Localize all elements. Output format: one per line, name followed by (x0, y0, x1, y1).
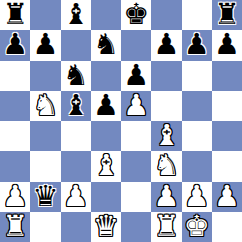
square-a7[interactable]: ♟ (0, 30, 30, 60)
piece-white-pawn-a2[interactable]: ♟ (2, 182, 28, 211)
piece-white-pawn-e5[interactable]: ♟ (123, 91, 149, 120)
square-f6[interactable] (151, 61, 181, 91)
square-e8[interactable]: ♚ (121, 0, 151, 30)
square-d7[interactable]: ♞ (91, 30, 121, 60)
piece-white-queen-d1[interactable]: ♛ (93, 212, 119, 241)
piece-white-king-g1[interactable]: ♚ (184, 212, 210, 241)
piece-black-rook-h8[interactable]: ♜ (214, 0, 240, 29)
square-g5[interactable] (182, 91, 212, 121)
square-e6[interactable]: ♟ (121, 61, 151, 91)
square-g3[interactable] (182, 151, 212, 181)
square-d4[interactable] (91, 121, 121, 151)
square-g1[interactable]: ♚ (182, 212, 212, 242)
piece-black-queen-b2[interactable]: ♛ (32, 182, 58, 211)
square-c2[interactable]: ♟ (61, 182, 91, 212)
square-e5[interactable]: ♟ (121, 91, 151, 121)
square-h8[interactable]: ♜ (212, 0, 242, 30)
square-d3[interactable]: ♝ (91, 151, 121, 181)
square-g8[interactable] (182, 0, 212, 30)
square-c4[interactable] (61, 121, 91, 151)
square-h6[interactable] (212, 61, 242, 91)
square-g4[interactable] (182, 121, 212, 151)
piece-black-king-e8[interactable]: ♚ (123, 0, 149, 29)
piece-black-pawn-f7[interactable]: ♟ (153, 30, 179, 59)
piece-white-knight-b5[interactable]: ♞ (32, 91, 58, 120)
piece-white-bishop-f4[interactable]: ♝ (153, 121, 179, 150)
square-h3[interactable] (212, 151, 242, 181)
square-b2[interactable]: ♛ (30, 182, 60, 212)
square-d2[interactable] (91, 182, 121, 212)
square-a3[interactable] (0, 151, 30, 181)
square-a5[interactable] (0, 91, 30, 121)
piece-black-pawn-b7[interactable]: ♟ (32, 30, 58, 59)
piece-black-pawn-e6[interactable]: ♟ (123, 61, 149, 90)
square-a6[interactable] (0, 61, 30, 91)
square-b5[interactable]: ♞ (30, 91, 60, 121)
square-h2[interactable]: ♟ (212, 182, 242, 212)
square-f7[interactable]: ♟ (151, 30, 181, 60)
square-a4[interactable] (0, 121, 30, 151)
square-h5[interactable] (212, 91, 242, 121)
square-e1[interactable] (121, 212, 151, 242)
square-d8[interactable] (91, 0, 121, 30)
square-e7[interactable] (121, 30, 151, 60)
square-h7[interactable]: ♟ (212, 30, 242, 60)
square-d5[interactable]: ♟ (91, 91, 121, 121)
square-c7[interactable] (61, 30, 91, 60)
piece-white-rook-f1[interactable]: ♜ (153, 212, 179, 241)
piece-black-bishop-c8[interactable]: ♝ (63, 0, 89, 29)
square-e3[interactable] (121, 151, 151, 181)
piece-white-knight-f3[interactable]: ♞ (153, 151, 179, 180)
square-a1[interactable]: ♜ (0, 212, 30, 242)
square-c5[interactable]: ♝ (61, 91, 91, 121)
piece-black-knight-d7[interactable]: ♞ (93, 30, 119, 59)
square-b8[interactable] (30, 0, 60, 30)
piece-white-pawn-c2[interactable]: ♟ (63, 182, 89, 211)
square-f2[interactable]: ♟ (151, 182, 181, 212)
piece-black-knight-c6[interactable]: ♞ (63, 61, 89, 90)
square-c6[interactable]: ♞ (61, 61, 91, 91)
square-c3[interactable] (61, 151, 91, 181)
square-a8[interactable]: ♜ (0, 0, 30, 30)
square-f4[interactable]: ♝ (151, 121, 181, 151)
square-b1[interactable] (30, 212, 60, 242)
square-g2[interactable]: ♟ (182, 182, 212, 212)
square-g6[interactable] (182, 61, 212, 91)
square-f1[interactable]: ♜ (151, 212, 181, 242)
square-f5[interactable] (151, 91, 181, 121)
square-d6[interactable] (91, 61, 121, 91)
piece-white-pawn-f2[interactable]: ♟ (153, 182, 179, 211)
piece-white-pawn-h2[interactable]: ♟ (214, 182, 240, 211)
square-h4[interactable] (212, 121, 242, 151)
square-b3[interactable] (30, 151, 60, 181)
piece-black-pawn-a7[interactable]: ♟ (2, 30, 28, 59)
square-c1[interactable] (61, 212, 91, 242)
piece-black-pawn-d5[interactable]: ♟ (93, 91, 119, 120)
square-g7[interactable]: ♟ (182, 30, 212, 60)
square-b4[interactable] (30, 121, 60, 151)
square-h1[interactable] (212, 212, 242, 242)
square-f3[interactable]: ♞ (151, 151, 181, 181)
square-e2[interactable] (121, 182, 151, 212)
piece-white-rook-a1[interactable]: ♜ (2, 212, 28, 241)
square-a2[interactable]: ♟ (0, 182, 30, 212)
piece-white-pawn-g2[interactable]: ♟ (184, 182, 210, 211)
square-b6[interactable] (30, 61, 60, 91)
square-f8[interactable] (151, 0, 181, 30)
square-c8[interactable]: ♝ (61, 0, 91, 30)
square-e4[interactable] (121, 121, 151, 151)
square-d1[interactable]: ♛ (91, 212, 121, 242)
piece-white-bishop-d3[interactable]: ♝ (93, 151, 119, 180)
piece-black-rook-a8[interactable]: ♜ (2, 0, 28, 29)
chess-board: ♜♝♚♜♟♟♞♟♟♟♞♟♞♝♟♟♝♝♞♟♛♟♟♟♟♜♛♜♚ (0, 0, 242, 242)
square-b7[interactable]: ♟ (30, 30, 60, 60)
piece-black-pawn-g7[interactable]: ♟ (184, 30, 210, 59)
piece-black-pawn-h7[interactable]: ♟ (214, 30, 240, 59)
piece-black-bishop-c5[interactable]: ♝ (63, 91, 89, 120)
